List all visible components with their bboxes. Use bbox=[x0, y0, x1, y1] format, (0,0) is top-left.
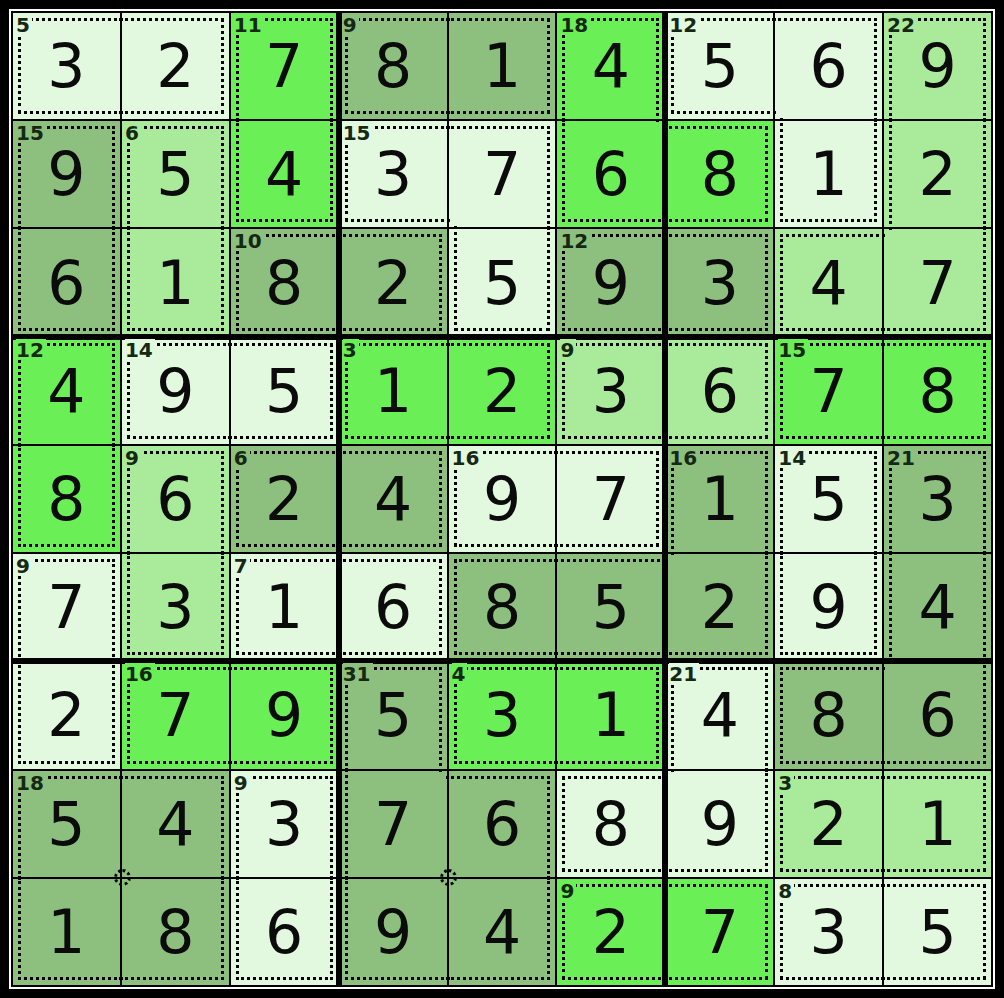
cell-r7c1[interactable]: 2 bbox=[13, 662, 120, 768]
cell-r1c4[interactable]: 89 bbox=[340, 13, 447, 119]
cell-r9c5[interactable]: 4 bbox=[449, 879, 556, 985]
cell-digit: 1 bbox=[122, 229, 229, 335]
cell-digit: 8 bbox=[884, 338, 991, 444]
cell-r8c8[interactable]: 23 bbox=[775, 771, 882, 877]
cage-sum: 9 bbox=[125, 447, 141, 468]
cell-r7c8[interactable]: 8 bbox=[775, 662, 882, 768]
cell-r8c4[interactable]: 7 bbox=[340, 771, 447, 877]
cage-sum: 15 bbox=[343, 122, 373, 143]
cell-digit: 6 bbox=[557, 121, 664, 227]
cell-r5c3[interactable]: 26 bbox=[231, 446, 338, 552]
cage-sum: 9 bbox=[234, 772, 250, 793]
cell-digit: 9 bbox=[775, 554, 882, 660]
cell-r7c4[interactable]: 531 bbox=[340, 662, 447, 768]
cell-digit: 8 bbox=[13, 446, 120, 552]
cell-digit: 2 bbox=[449, 338, 556, 444]
cage-sum: 14 bbox=[778, 447, 808, 468]
sudoku-board-frame: 3527118914185126922915564315768126181025… bbox=[0, 0, 1004, 998]
cage-sum: 9 bbox=[560, 880, 576, 901]
cell-r2c3[interactable]: 4 bbox=[231, 121, 338, 227]
cell-digit: 6 bbox=[449, 771, 556, 877]
cell-r8c7[interactable]: 9 bbox=[666, 771, 773, 877]
cell-r8c6[interactable]: 8 bbox=[557, 771, 664, 877]
cell-r8c3[interactable]: 39 bbox=[231, 771, 338, 877]
cell-digit: 3 bbox=[122, 554, 229, 660]
cage-sum: 6 bbox=[125, 122, 141, 143]
cell-r2c6[interactable]: 6 bbox=[557, 121, 664, 227]
cage-sum: 9 bbox=[343, 14, 359, 35]
cell-r6c6[interactable]: 5 bbox=[557, 554, 664, 660]
cell-digit: 6 bbox=[13, 229, 120, 335]
cell-r2c9[interactable]: 2 bbox=[884, 121, 991, 227]
cage-sum: 11 bbox=[234, 14, 264, 35]
cell-digit: 1 bbox=[884, 771, 991, 877]
cell-r3c5[interactable]: 5 bbox=[449, 229, 556, 335]
cell-r6c9[interactable]: 4 bbox=[884, 554, 991, 660]
cage-sum: 4 bbox=[452, 663, 468, 684]
cell-digit: 4 bbox=[884, 554, 991, 660]
cell-digit: 2 bbox=[666, 554, 773, 660]
cage-sum: 3 bbox=[778, 772, 794, 793]
cell-digit: 8 bbox=[122, 879, 229, 985]
cell-r8c2[interactable]: 4 bbox=[122, 771, 229, 877]
cell-r7c7[interactable]: 421 bbox=[666, 662, 773, 768]
cage-sum: 12 bbox=[669, 14, 699, 35]
cell-r9c7[interactable]: 7 bbox=[666, 879, 773, 985]
cell-digit: 8 bbox=[449, 554, 556, 660]
cell-r6c2[interactable]: 3 bbox=[122, 554, 229, 660]
sudoku-board: 3527118914185126922915564315768126181025… bbox=[11, 11, 993, 987]
cell-r4c4[interactable]: 13 bbox=[340, 338, 447, 444]
cell-digit: 2 bbox=[13, 662, 120, 768]
cell-r7c5[interactable]: 34 bbox=[449, 662, 556, 768]
cell-r8c1[interactable]: 518 bbox=[13, 771, 120, 877]
cell-r4c2[interactable]: 914 bbox=[122, 338, 229, 444]
cage-sum: 14 bbox=[125, 339, 155, 360]
cell-digit: 6 bbox=[884, 662, 991, 768]
cell-digit: 5 bbox=[449, 229, 556, 335]
cell-r1c3[interactable]: 711 bbox=[231, 13, 338, 119]
cell-r4c6[interactable]: 39 bbox=[557, 338, 664, 444]
cell-r4c8[interactable]: 715 bbox=[775, 338, 882, 444]
cell-digit: 1 bbox=[775, 121, 882, 227]
cell-r4c7[interactable]: 6 bbox=[666, 338, 773, 444]
cage-sum: 12 bbox=[560, 230, 590, 251]
cell-r5c7[interactable]: 116 bbox=[666, 446, 773, 552]
cell-digit: 7 bbox=[557, 446, 664, 552]
cell-digit: 3 bbox=[666, 229, 773, 335]
cage-sum: 15 bbox=[16, 122, 46, 143]
cell-r6c1[interactable]: 79 bbox=[13, 554, 120, 660]
cell-r6c3[interactable]: 17 bbox=[231, 554, 338, 660]
cell-digit: 2 bbox=[340, 229, 447, 335]
cell-digit: 7 bbox=[884, 229, 991, 335]
cage-sum: 3 bbox=[343, 339, 359, 360]
cell-digit: 1 bbox=[13, 879, 120, 985]
cell-r2c4[interactable]: 315 bbox=[340, 121, 447, 227]
cell-r7c6[interactable]: 1 bbox=[557, 662, 664, 768]
cell-r1c8[interactable]: 6 bbox=[775, 13, 882, 119]
cell-digit: 4 bbox=[775, 229, 882, 335]
cell-r7c9[interactable]: 6 bbox=[884, 662, 991, 768]
cell-digit: 4 bbox=[340, 446, 447, 552]
cell-r9c1[interactable]: 1 bbox=[13, 879, 120, 985]
cell-r6c7[interactable]: 2 bbox=[666, 554, 773, 660]
cell-r6c5[interactable]: 8 bbox=[449, 554, 556, 660]
cage-sum: 5 bbox=[16, 14, 32, 35]
cell-digit: 6 bbox=[340, 554, 447, 660]
cell-r9c6[interactable]: 29 bbox=[557, 879, 664, 985]
cell-r3c2[interactable]: 1 bbox=[122, 229, 229, 335]
cage-sum: 10 bbox=[234, 230, 264, 251]
cell-r5c8[interactable]: 514 bbox=[775, 446, 882, 552]
cell-digit: 6 bbox=[775, 13, 882, 119]
cage-sum: 9 bbox=[16, 555, 32, 576]
cell-r2c7[interactable]: 8 bbox=[666, 121, 773, 227]
cell-r4c5[interactable]: 2 bbox=[449, 338, 556, 444]
cell-r5c9[interactable]: 321 bbox=[884, 446, 991, 552]
cell-r9c9[interactable]: 5 bbox=[884, 879, 991, 985]
cell-digit: 5 bbox=[884, 879, 991, 985]
cell-r9c3[interactable]: 6 bbox=[231, 879, 338, 985]
cell-r7c3[interactable]: 9 bbox=[231, 662, 338, 768]
cage-sum: 7 bbox=[234, 555, 250, 576]
cell-r3c7[interactable]: 3 bbox=[666, 229, 773, 335]
cell-r2c5[interactable]: 7 bbox=[449, 121, 556, 227]
cell-digit: 1 bbox=[557, 662, 664, 768]
cell-r2c8[interactable]: 1 bbox=[775, 121, 882, 227]
cell-r2c1[interactable]: 915 bbox=[13, 121, 120, 227]
cell-r8c9[interactable]: 1 bbox=[884, 771, 991, 877]
cell-digit: 4 bbox=[231, 121, 338, 227]
cell-digit: 9 bbox=[340, 879, 447, 985]
cell-r8c5[interactable]: 6 bbox=[449, 771, 556, 877]
cell-digit: 6 bbox=[666, 338, 773, 444]
cage-sum: 16 bbox=[452, 447, 482, 468]
cell-r5c5[interactable]: 916 bbox=[449, 446, 556, 552]
cell-r3c3[interactable]: 810 bbox=[231, 229, 338, 335]
cell-r3c8[interactable]: 4 bbox=[775, 229, 882, 335]
cell-digit: 8 bbox=[666, 121, 773, 227]
cage-sum: 15 bbox=[778, 339, 808, 360]
cell-digit: 7 bbox=[340, 771, 447, 877]
cell-r5c6[interactable]: 7 bbox=[557, 446, 664, 552]
cage-sum: 9 bbox=[560, 339, 576, 360]
cell-r3c6[interactable]: 912 bbox=[557, 229, 664, 335]
cell-digit: 9 bbox=[666, 771, 773, 877]
cell-digit: 4 bbox=[122, 771, 229, 877]
cell-r2c2[interactable]: 56 bbox=[122, 121, 229, 227]
cell-digit: 9 bbox=[231, 662, 338, 768]
cell-digit: 7 bbox=[449, 121, 556, 227]
cell-digit: 8 bbox=[557, 771, 664, 877]
cell-r4c3[interactable]: 5 bbox=[231, 338, 338, 444]
cage-sum: 16 bbox=[125, 663, 155, 684]
cell-r6c8[interactable]: 9 bbox=[775, 554, 882, 660]
cell-r1c6[interactable]: 418 bbox=[557, 13, 664, 119]
cell-r1c2[interactable]: 2 bbox=[122, 13, 229, 119]
cell-r5c1[interactable]: 8 bbox=[13, 446, 120, 552]
cell-r1c9[interactable]: 922 bbox=[884, 13, 991, 119]
cage-sum: 18 bbox=[560, 14, 590, 35]
cell-r3c1[interactable]: 6 bbox=[13, 229, 120, 335]
cage-sum: 18 bbox=[16, 772, 46, 793]
cage-sum: 21 bbox=[887, 447, 917, 468]
cage-sum: 31 bbox=[343, 663, 373, 684]
cell-digit: 2 bbox=[122, 13, 229, 119]
cell-r1c5[interactable]: 1 bbox=[449, 13, 556, 119]
cell-digit: 7 bbox=[666, 879, 773, 985]
cell-digit: 8 bbox=[775, 662, 882, 768]
cell-r4c1[interactable]: 412 bbox=[13, 338, 120, 444]
cell-digit: 5 bbox=[231, 338, 338, 444]
cell-digit: 4 bbox=[449, 879, 556, 985]
cell-digit: 1 bbox=[449, 13, 556, 119]
cell-r1c7[interactable]: 512 bbox=[666, 13, 773, 119]
cell-digit: 2 bbox=[884, 121, 991, 227]
cage-sum: 12 bbox=[16, 339, 46, 360]
cell-r3c9[interactable]: 7 bbox=[884, 229, 991, 335]
cage-sum: 22 bbox=[887, 14, 917, 35]
cell-r6c4[interactable]: 6 bbox=[340, 554, 447, 660]
cage-sum: 21 bbox=[669, 663, 699, 684]
cell-r4c9[interactable]: 8 bbox=[884, 338, 991, 444]
cell-digit: 6 bbox=[231, 879, 338, 985]
cell-r7c2[interactable]: 716 bbox=[122, 662, 229, 768]
cell-r9c2[interactable]: 8 bbox=[122, 879, 229, 985]
cell-r1c1[interactable]: 35 bbox=[13, 13, 120, 119]
cage-sum: 8 bbox=[778, 880, 794, 901]
cell-r3c4[interactable]: 2 bbox=[340, 229, 447, 335]
cell-digit: 5 bbox=[557, 554, 664, 660]
cell-r5c2[interactable]: 69 bbox=[122, 446, 229, 552]
cell-r9c8[interactable]: 38 bbox=[775, 879, 882, 985]
cage-sum: 16 bbox=[669, 447, 699, 468]
cell-r5c4[interactable]: 4 bbox=[340, 446, 447, 552]
cage-sum: 6 bbox=[234, 447, 250, 468]
cell-r9c4[interactable]: 9 bbox=[340, 879, 447, 985]
